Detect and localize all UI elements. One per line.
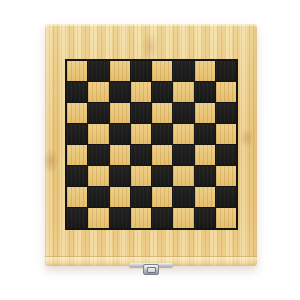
square-g3 (195, 166, 215, 186)
square-b3 (88, 166, 108, 186)
square-g4 (195, 145, 215, 165)
square-d7 (131, 82, 151, 102)
square-b2 (88, 187, 108, 207)
square-f6 (173, 103, 193, 123)
square-f8 (173, 61, 193, 81)
square-a5 (67, 124, 87, 144)
square-b5 (88, 124, 108, 144)
square-f3 (173, 166, 193, 186)
square-g6 (195, 103, 215, 123)
square-c4 (110, 145, 130, 165)
square-d4 (131, 145, 151, 165)
square-a8 (67, 61, 87, 81)
clasp (129, 261, 173, 277)
square-g2 (195, 187, 215, 207)
square-c6 (110, 103, 130, 123)
square-g7 (195, 82, 215, 102)
square-d8 (131, 61, 151, 81)
square-h5 (216, 124, 236, 144)
square-h8 (216, 61, 236, 81)
square-e6 (152, 103, 172, 123)
wood-grain-figure (141, 32, 159, 62)
square-a7 (67, 82, 87, 102)
square-a4 (67, 145, 87, 165)
square-h3 (216, 166, 236, 186)
square-d3 (131, 166, 151, 186)
square-a1 (67, 208, 87, 228)
square-b1 (88, 208, 108, 228)
square-d5 (131, 124, 151, 144)
square-h2 (216, 187, 236, 207)
square-f7 (173, 82, 193, 102)
square-g5 (195, 124, 215, 144)
square-h4 (216, 145, 236, 165)
chess-box (45, 24, 257, 266)
square-g8 (195, 61, 215, 81)
square-c5 (110, 124, 130, 144)
square-h6 (216, 103, 236, 123)
square-e1 (152, 208, 172, 228)
square-a2 (67, 187, 87, 207)
square-e5 (152, 124, 172, 144)
product-photo-background (0, 0, 300, 300)
square-e8 (152, 61, 172, 81)
square-e7 (152, 82, 172, 102)
square-c8 (110, 61, 130, 81)
square-f5 (173, 124, 193, 144)
square-f2 (173, 187, 193, 207)
square-h1 (216, 208, 236, 228)
square-f1 (173, 208, 193, 228)
clasp-latch (143, 264, 159, 275)
wood-knot (43, 148, 59, 174)
square-c1 (110, 208, 130, 228)
square-c2 (110, 187, 130, 207)
square-d6 (131, 103, 151, 123)
square-b4 (88, 145, 108, 165)
square-a3 (67, 166, 87, 186)
wood-knot (240, 128, 254, 148)
square-c7 (110, 82, 130, 102)
square-b6 (88, 103, 108, 123)
square-c3 (110, 166, 130, 186)
square-e3 (152, 166, 172, 186)
square-a6 (67, 103, 87, 123)
square-f4 (173, 145, 193, 165)
square-e2 (152, 187, 172, 207)
square-d1 (131, 208, 151, 228)
square-e4 (152, 145, 172, 165)
square-h7 (216, 82, 236, 102)
square-d2 (131, 187, 151, 207)
chessboard (65, 59, 238, 230)
square-b7 (88, 82, 108, 102)
square-b8 (88, 61, 108, 81)
square-g1 (195, 208, 215, 228)
